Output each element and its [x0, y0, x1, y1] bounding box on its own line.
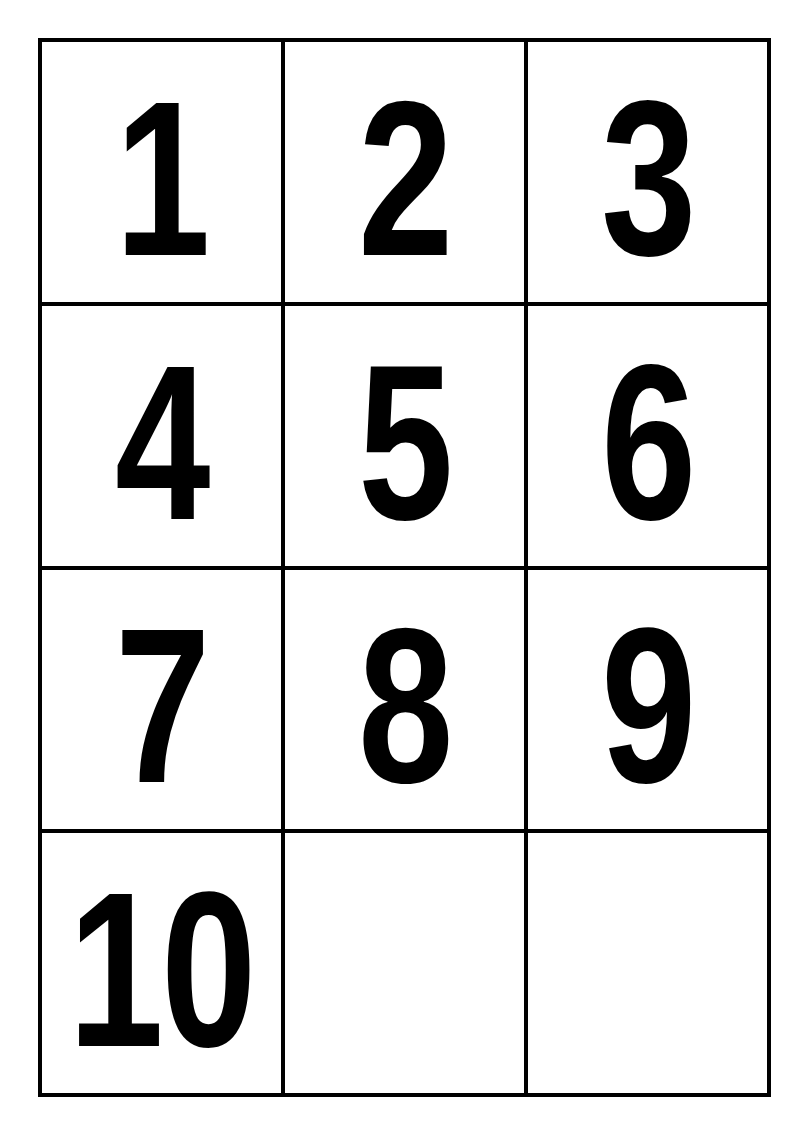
- cell-r2c1-number-4: 4: [42, 306, 281, 566]
- digit-9: 9: [601, 596, 694, 816]
- cell-r4c2-empty: [285, 833, 524, 1093]
- number-grid: 1 2 3 4 5 6 7 8 9 10: [38, 38, 771, 1097]
- digit-4: 4: [115, 333, 208, 553]
- cell-r1c3-number-3: 3: [528, 42, 767, 302]
- cell-r2c3-number-6: 6: [528, 306, 767, 566]
- cell-r3c3-number-9: 9: [528, 570, 767, 830]
- digit-10: 10: [69, 860, 255, 1080]
- digit-3: 3: [601, 69, 694, 289]
- cell-r4c3-empty: [528, 833, 767, 1093]
- cell-r3c1-number-7: 7: [42, 570, 281, 830]
- digit-2: 2: [358, 69, 451, 289]
- cell-r4c1-number-10: 10: [42, 833, 281, 1093]
- number-card-sheet: 1 2 3 4 5 6 7 8 9 10: [0, 0, 810, 1145]
- cell-r3c2-number-8: 8: [285, 570, 524, 830]
- digit-6: 6: [601, 333, 694, 553]
- cell-r1c2-number-2: 2: [285, 42, 524, 302]
- digit-8: 8: [358, 596, 451, 816]
- cell-r1c1-number-1: 1: [42, 42, 281, 302]
- digit-5: 5: [358, 333, 451, 553]
- cell-r2c2-number-5: 5: [285, 306, 524, 566]
- digit-1: 1: [115, 69, 208, 289]
- digit-7: 7: [115, 596, 208, 816]
